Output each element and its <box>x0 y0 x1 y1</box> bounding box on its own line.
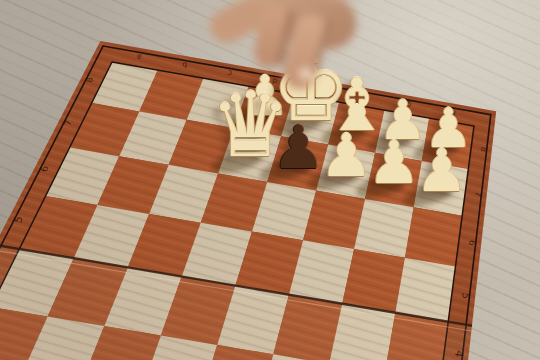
hand <box>165 0 370 113</box>
photo-scene: abcdefgh876587654 ♟♚♝♟♟♛♟♟♟♟ <box>0 0 540 360</box>
fingertip-nail <box>298 68 314 80</box>
piece-white-pawn-f7[interactable]: ♟ <box>320 126 373 185</box>
piece-white-pawn-g7[interactable]: ♟ <box>368 134 421 193</box>
piece-black-pawn-e7[interactable]: ♟ <box>272 117 325 177</box>
piece-white-pawn-h7[interactable]: ♟ <box>415 142 468 201</box>
